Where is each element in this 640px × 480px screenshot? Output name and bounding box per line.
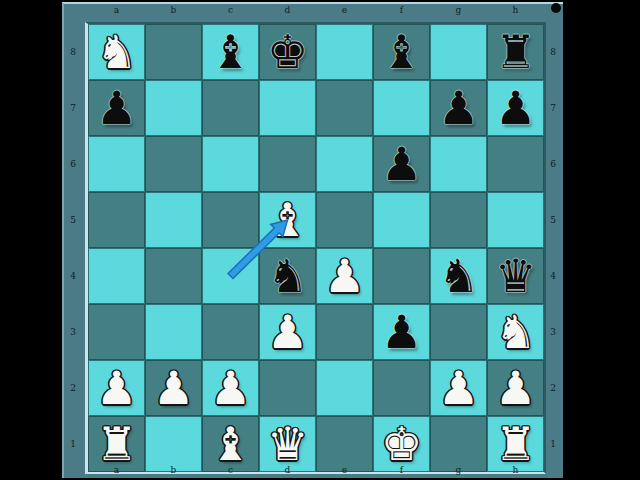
square-f5[interactable] (373, 192, 430, 248)
square-e2[interactable] (316, 360, 373, 416)
square-h3[interactable]: ♞ (487, 304, 544, 360)
file-label-bottom-c: c (228, 466, 233, 475)
square-c6[interactable] (202, 136, 259, 192)
file-label-bottom-f: f (400, 466, 403, 475)
square-f2[interactable] (373, 360, 430, 416)
piece-white-pawn[interactable]: ♟ (487, 360, 544, 416)
square-a6[interactable] (88, 136, 145, 192)
piece-black-pawn[interactable]: ♟ (430, 80, 487, 136)
square-d5[interactable]: ♝ (259, 192, 316, 248)
square-f7[interactable] (373, 80, 430, 136)
piece-black-rook[interactable]: ♜ (487, 24, 544, 80)
piece-white-bishop[interactable]: ♝ (259, 192, 316, 248)
file-label-top-e: e (342, 6, 347, 15)
square-f6[interactable]: ♟ (373, 136, 430, 192)
square-e8[interactable] (316, 24, 373, 80)
square-e6[interactable] (316, 136, 373, 192)
square-f3[interactable]: ♟ (373, 304, 430, 360)
rank-label-right-1: 1 (550, 440, 556, 449)
file-label-bottom-g: g (456, 466, 462, 475)
square-d2[interactable] (259, 360, 316, 416)
square-g7[interactable]: ♟ (430, 80, 487, 136)
square-h5[interactable] (487, 192, 544, 248)
square-a3[interactable] (88, 304, 145, 360)
file-label-bottom-b: b (171, 466, 177, 475)
rank-label-right-7: 7 (550, 104, 556, 113)
rank-label-left-8: 8 (70, 48, 76, 57)
piece-black-knight[interactable]: ♞ (430, 248, 487, 304)
piece-white-pawn[interactable]: ♟ (259, 304, 316, 360)
rank-label-right-4: 4 (550, 272, 556, 281)
piece-black-king[interactable]: ♚ (259, 24, 316, 80)
piece-white-pawn[interactable]: ♟ (88, 360, 145, 416)
square-d6[interactable] (259, 136, 316, 192)
square-g2[interactable]: ♟ (430, 360, 487, 416)
chess-app: ♞♝♚♝♜♟♟♟♟♝♞♟♞♛♟♟♞♟♟♟♟♟♜♝♛♚♜ aabbccddeeff… (0, 0, 640, 480)
rank-label-left-5: 5 (70, 216, 76, 225)
square-h6[interactable] (487, 136, 544, 192)
square-b4[interactable] (145, 248, 202, 304)
square-g3[interactable] (430, 304, 487, 360)
square-a2[interactable]: ♟ (88, 360, 145, 416)
piece-white-knight[interactable]: ♞ (487, 304, 544, 360)
square-h2[interactable]: ♟ (487, 360, 544, 416)
square-b8[interactable] (145, 24, 202, 80)
piece-black-pawn[interactable]: ♟ (373, 304, 430, 360)
square-a5[interactable] (88, 192, 145, 248)
rank-label-left-4: 4 (70, 272, 76, 281)
chess-board: ♞♝♚♝♜♟♟♟♟♝♞♟♞♛♟♟♞♟♟♟♟♟♜♝♛♚♜ (85, 22, 546, 474)
rank-label-left-7: 7 (70, 104, 76, 113)
square-c2[interactable]: ♟ (202, 360, 259, 416)
square-g8[interactable] (430, 24, 487, 80)
square-e7[interactable] (316, 80, 373, 136)
square-c5[interactable] (202, 192, 259, 248)
piece-white-pawn[interactable]: ♟ (430, 360, 487, 416)
square-h7[interactable]: ♟ (487, 80, 544, 136)
piece-black-pawn[interactable]: ♟ (373, 136, 430, 192)
file-label-bottom-h: h (513, 466, 519, 475)
piece-white-pawn[interactable]: ♟ (316, 248, 373, 304)
square-e3[interactable] (316, 304, 373, 360)
square-b7[interactable] (145, 80, 202, 136)
square-g6[interactable] (430, 136, 487, 192)
rank-label-right-6: 6 (550, 160, 556, 169)
piece-white-knight[interactable]: ♞ (88, 24, 145, 80)
square-g4[interactable]: ♞ (430, 248, 487, 304)
rank-label-left-3: 3 (70, 328, 76, 337)
rank-label-right-8: 8 (550, 48, 556, 57)
square-b3[interactable] (145, 304, 202, 360)
square-c8[interactable]: ♝ (202, 24, 259, 80)
file-label-top-f: f (400, 6, 403, 15)
square-h4[interactable]: ♛ (487, 248, 544, 304)
square-c4[interactable] (202, 248, 259, 304)
square-b6[interactable] (145, 136, 202, 192)
square-a8[interactable]: ♞ (88, 24, 145, 80)
rank-label-left-1: 1 (70, 440, 76, 449)
piece-white-pawn[interactable]: ♟ (202, 360, 259, 416)
square-a4[interactable] (88, 248, 145, 304)
square-d4[interactable]: ♞ (259, 248, 316, 304)
rank-label-left-6: 6 (70, 160, 76, 169)
square-f4[interactable] (373, 248, 430, 304)
square-c3[interactable] (202, 304, 259, 360)
rank-label-right-5: 5 (550, 216, 556, 225)
rank-label-left-2: 2 (70, 384, 76, 393)
file-label-bottom-e: e (342, 466, 347, 475)
square-d3[interactable]: ♟ (259, 304, 316, 360)
square-h8[interactable]: ♜ (487, 24, 544, 80)
square-d8[interactable]: ♚ (259, 24, 316, 80)
file-label-top-h: h (513, 6, 519, 15)
square-c7[interactable] (202, 80, 259, 136)
square-f8[interactable]: ♝ (373, 24, 430, 80)
piece-black-bishop[interactable]: ♝ (373, 24, 430, 80)
rank-label-right-3: 3 (550, 328, 556, 337)
file-label-top-b: b (171, 6, 177, 15)
file-label-bottom-d: d (285, 466, 291, 475)
turn-indicator-black-dot (551, 3, 561, 13)
file-label-top-a: a (114, 6, 119, 15)
square-g5[interactable] (430, 192, 487, 248)
file-label-top-g: g (456, 6, 462, 15)
piece-black-queen[interactable]: ♛ (487, 248, 544, 304)
square-e4[interactable]: ♟ (316, 248, 373, 304)
piece-black-pawn[interactable]: ♟ (487, 80, 544, 136)
piece-black-pawn[interactable]: ♟ (88, 80, 145, 136)
file-label-top-d: d (285, 6, 291, 15)
file-label-top-c: c (228, 6, 233, 15)
square-b5[interactable] (145, 192, 202, 248)
piece-white-pawn[interactable]: ♟ (145, 360, 202, 416)
file-label-bottom-a: a (114, 466, 119, 475)
piece-black-bishop[interactable]: ♝ (202, 24, 259, 80)
square-e5[interactable] (316, 192, 373, 248)
rank-label-right-2: 2 (550, 384, 556, 393)
square-d7[interactable] (259, 80, 316, 136)
square-b2[interactable]: ♟ (145, 360, 202, 416)
square-a7[interactable]: ♟ (88, 80, 145, 136)
piece-black-knight[interactable]: ♞ (259, 248, 316, 304)
